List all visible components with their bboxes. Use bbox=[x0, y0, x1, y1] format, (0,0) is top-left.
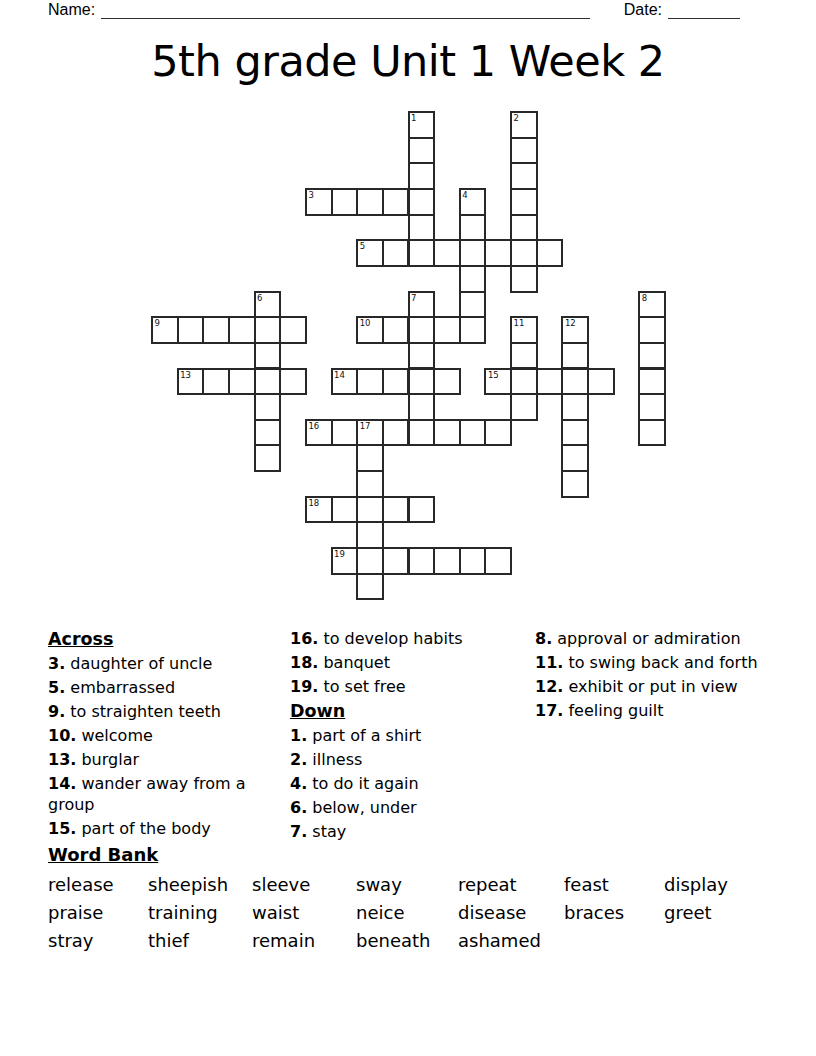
grid-cell-r0c14[interactable]: 2 bbox=[510, 111, 538, 139]
grid-cell-r3c7[interactable] bbox=[331, 188, 359, 216]
grid-cell-r17c11[interactable] bbox=[433, 547, 461, 575]
worksheet-header: Name: Date: bbox=[48, 1, 740, 19]
grid-cell-r9c16[interactable] bbox=[561, 342, 589, 370]
grid-cell-r10c17[interactable] bbox=[587, 368, 615, 396]
grid-cell-r12c19[interactable] bbox=[638, 419, 666, 447]
clue-across-15: 15. part of the body bbox=[48, 818, 290, 840]
clue-num-label: 3. bbox=[48, 654, 65, 673]
word-bank-item: repeat bbox=[458, 875, 564, 894]
grid-cell-r8c16[interactable]: 12 bbox=[561, 316, 589, 344]
clues-section: Across3. daughter of uncle5. embarrassed… bbox=[48, 628, 770, 845]
name-label: Name: bbox=[48, 1, 95, 19]
grid-cell-r10c4[interactable] bbox=[254, 368, 282, 396]
grid-cell-r11c4[interactable] bbox=[254, 393, 282, 421]
grid-cell-r8c5[interactable] bbox=[279, 316, 307, 344]
clue-num-label: 14. bbox=[48, 774, 76, 793]
grid-cell-r11c14[interactable] bbox=[510, 393, 538, 421]
clue-down-8: 8. approval or admiration bbox=[535, 628, 770, 650]
down-heading: Down bbox=[290, 700, 535, 722]
grid-cell-r2c14[interactable] bbox=[510, 162, 538, 190]
word-bank-item: waist bbox=[252, 903, 356, 922]
grid-cell-r8c19[interactable] bbox=[638, 316, 666, 344]
grid-cell-r8c14[interactable]: 11 bbox=[510, 316, 538, 344]
clue-num-label: 7. bbox=[290, 822, 307, 841]
grid-cell-r10c15[interactable] bbox=[536, 368, 564, 396]
clue-number-17: 17 bbox=[360, 421, 371, 431]
grid-cell-r8c8[interactable]: 10 bbox=[356, 316, 384, 344]
clue-across-16: 16. to develop habits bbox=[290, 628, 535, 650]
grid-cell-r17c13[interactable] bbox=[484, 547, 512, 575]
grid-cell-r5c9[interactable] bbox=[382, 239, 410, 267]
grid-cell-r12c9[interactable] bbox=[382, 419, 410, 447]
word-bank-item: neice bbox=[356, 903, 458, 922]
grid-cell-r7c12[interactable] bbox=[459, 291, 487, 319]
clue-num-label: 10. bbox=[48, 726, 76, 745]
word-bank-item: braces bbox=[564, 903, 664, 922]
grid-cell-r17c12[interactable] bbox=[459, 547, 487, 575]
clue-num-label: 19. bbox=[290, 677, 318, 696]
date-blank-line[interactable] bbox=[668, 2, 740, 19]
grid-cell-r7c10[interactable]: 7 bbox=[408, 291, 436, 319]
grid-cell-r5c14[interactable] bbox=[510, 239, 538, 267]
grid-cell-r11c10[interactable] bbox=[408, 393, 436, 421]
grid-cell-r2c10[interactable] bbox=[408, 162, 436, 190]
clue-number-4: 4 bbox=[462, 190, 467, 200]
grid-cell-r9c10[interactable] bbox=[408, 342, 436, 370]
word-bank-heading: Word Bank bbox=[48, 844, 770, 866]
grid-cell-r12c8[interactable]: 17 bbox=[356, 419, 384, 447]
clue-num-label: 16. bbox=[290, 629, 318, 648]
clue-num-label: 9. bbox=[48, 702, 65, 721]
grid-cell-r14c16[interactable] bbox=[561, 470, 589, 498]
grid-cell-r5c10[interactable] bbox=[408, 239, 436, 267]
clue-number-8: 8 bbox=[642, 293, 647, 303]
clue-num-label: 11. bbox=[535, 653, 563, 672]
clue-num-label: 12. bbox=[535, 677, 563, 696]
grid-cell-r10c9[interactable] bbox=[382, 368, 410, 396]
clue-down-4: 4. to do it again bbox=[290, 773, 535, 795]
clue-down-12: 12. exhibit or put in view bbox=[535, 676, 770, 698]
clues-column-3: 8. approval or admiration11. to swing ba… bbox=[535, 628, 770, 845]
word-bank-item: sway bbox=[356, 875, 458, 894]
across-heading: Across bbox=[48, 628, 290, 650]
clue-across-13: 13. burglar bbox=[48, 749, 290, 771]
clue-across-18: 18. banquet bbox=[290, 652, 535, 674]
clue-num-label: 4. bbox=[290, 774, 307, 793]
clue-number-14: 14 bbox=[334, 370, 345, 380]
word-bank-item: ashamed bbox=[458, 931, 564, 950]
crossword-grid: 12345678910111213141516171819 bbox=[151, 111, 666, 600]
clue-num-label: 6. bbox=[290, 798, 307, 817]
grid-cell-r9c4[interactable] bbox=[254, 342, 282, 370]
grid-cell-r10c3[interactable] bbox=[228, 368, 256, 396]
grid-cell-r0c10[interactable]: 1 bbox=[408, 111, 436, 139]
grid-cell-r3c8[interactable] bbox=[356, 188, 384, 216]
worksheet-page: Name: Date: 5th grade Unit 1 Week 2 1234… bbox=[0, 0, 816, 1056]
grid-cell-r10c19[interactable] bbox=[638, 368, 666, 396]
word-bank-section: Word Bank releasesheepishsleeveswayrepea… bbox=[48, 844, 770, 950]
grid-cell-r12c6[interactable]: 16 bbox=[305, 419, 333, 447]
clue-number-3: 3 bbox=[308, 190, 313, 200]
word-bank-item: beneath bbox=[356, 931, 458, 950]
clue-number-19: 19 bbox=[334, 549, 345, 559]
grid-cell-r10c5[interactable] bbox=[279, 368, 307, 396]
grid-cell-r6c12[interactable] bbox=[459, 265, 487, 293]
grid-cell-r5c11[interactable] bbox=[433, 239, 461, 267]
date-label: Date: bbox=[624, 1, 662, 19]
grid-cell-r8c0[interactable]: 9 bbox=[151, 316, 179, 344]
grid-cell-r15c10[interactable] bbox=[408, 496, 436, 524]
grid-cell-r12c11[interactable] bbox=[433, 419, 461, 447]
word-bank-item: remain bbox=[252, 931, 356, 950]
word-bank-grid: releasesheepishsleeveswayrepeatfeastdisp… bbox=[48, 875, 770, 950]
word-bank-item: release bbox=[48, 875, 148, 894]
grid-cell-r10c10[interactable] bbox=[408, 368, 436, 396]
grid-cell-r3c14[interactable] bbox=[510, 188, 538, 216]
grid-cell-r8c10[interactable] bbox=[408, 316, 436, 344]
grid-cell-r12c12[interactable] bbox=[459, 419, 487, 447]
grid-cell-r13c4[interactable] bbox=[254, 444, 282, 472]
grid-cell-r9c19[interactable] bbox=[638, 342, 666, 370]
clue-down-1: 1. part of a shirt bbox=[290, 725, 535, 747]
grid-cell-r10c7[interactable]: 14 bbox=[331, 368, 359, 396]
clue-across-3: 3. daughter of uncle bbox=[48, 653, 290, 675]
grid-cell-r11c16[interactable] bbox=[561, 393, 589, 421]
grid-cell-r13c8[interactable] bbox=[356, 444, 384, 472]
grid-cell-r3c6[interactable]: 3 bbox=[305, 188, 333, 216]
grid-cell-r10c2[interactable] bbox=[202, 368, 230, 396]
grid-cell-r10c8[interactable] bbox=[356, 368, 384, 396]
clue-num-label: 18. bbox=[290, 653, 318, 672]
grid-cell-r12c7[interactable] bbox=[331, 419, 359, 447]
grid-cell-r8c4[interactable] bbox=[254, 316, 282, 344]
grid-cell-r5c15[interactable] bbox=[536, 239, 564, 267]
grid-cell-r11c19[interactable] bbox=[638, 393, 666, 421]
grid-cell-r8c11[interactable] bbox=[433, 316, 461, 344]
word-bank-item: stray bbox=[48, 931, 148, 950]
grid-cell-r18c8[interactable] bbox=[356, 573, 384, 601]
grid-cell-r10c16[interactable] bbox=[561, 368, 589, 396]
grid-cell-r15c7[interactable] bbox=[331, 496, 359, 524]
clue-number-10: 10 bbox=[360, 318, 371, 328]
grid-cell-r9c14[interactable] bbox=[510, 342, 538, 370]
clue-down-2: 2. illness bbox=[290, 749, 535, 771]
word-bank-item: disease bbox=[458, 903, 564, 922]
grid-cell-r12c13[interactable] bbox=[484, 419, 512, 447]
clue-number-13: 13 bbox=[180, 370, 191, 380]
grid-cell-r10c11[interactable] bbox=[433, 368, 461, 396]
clue-number-9: 9 bbox=[155, 318, 160, 328]
grid-cell-r3c12[interactable]: 4 bbox=[459, 188, 487, 216]
grid-cell-r5c8[interactable]: 5 bbox=[356, 239, 384, 267]
word-bank-item: praise bbox=[48, 903, 148, 922]
grid-cell-r3c9[interactable] bbox=[382, 188, 410, 216]
grid-cell-r8c2[interactable] bbox=[202, 316, 230, 344]
page-title: 5th grade Unit 1 Week 2 bbox=[0, 33, 816, 89]
grid-cell-r15c9[interactable] bbox=[382, 496, 410, 524]
grid-cell-r14c8[interactable] bbox=[356, 470, 384, 498]
clue-number-12: 12 bbox=[565, 318, 576, 328]
clue-across-14: 14. wander away from a group bbox=[48, 773, 290, 816]
clue-number-15: 15 bbox=[488, 370, 499, 380]
grid-cell-r17c8[interactable] bbox=[356, 547, 384, 575]
clue-across-19: 19. to set free bbox=[290, 676, 535, 698]
grid-cell-r17c7[interactable]: 19 bbox=[331, 547, 359, 575]
clue-down-11: 11. to swing back and forth bbox=[535, 652, 770, 674]
grid-cell-r10c14[interactable] bbox=[510, 368, 538, 396]
grid-cell-r6c14[interactable] bbox=[510, 265, 538, 293]
grid-cell-r4c14[interactable] bbox=[510, 214, 538, 242]
grid-cell-r8c9[interactable] bbox=[382, 316, 410, 344]
grid-cell-r3c10[interactable] bbox=[408, 188, 436, 216]
clue-across-9: 9. to straighten teeth bbox=[48, 701, 290, 723]
word-bank-item: greet bbox=[664, 903, 770, 922]
grid-cell-r10c13[interactable]: 15 bbox=[484, 368, 512, 396]
clue-num-label: 2. bbox=[290, 750, 307, 769]
clue-num-label: 13. bbox=[48, 750, 76, 769]
clue-down-17: 17. feeling guilt bbox=[535, 700, 770, 722]
clue-number-16: 16 bbox=[308, 421, 319, 431]
grid-cell-r12c10[interactable] bbox=[408, 419, 436, 447]
grid-cell-r1c14[interactable] bbox=[510, 137, 538, 165]
clue-num-label: 5. bbox=[48, 678, 65, 697]
clue-num-label: 1. bbox=[290, 726, 307, 745]
word-bank-item: sheepish bbox=[148, 875, 252, 894]
clue-across-10: 10. welcome bbox=[48, 725, 290, 747]
word-bank-item: feast bbox=[564, 875, 664, 894]
clue-num-label: 17. bbox=[535, 701, 563, 720]
clue-number-1: 1 bbox=[411, 113, 416, 123]
grid-cell-r17c10[interactable] bbox=[408, 547, 436, 575]
name-blank-line[interactable] bbox=[101, 2, 590, 19]
clue-number-18: 18 bbox=[308, 498, 319, 508]
grid-cell-r8c12[interactable] bbox=[459, 316, 487, 344]
grid-cell-r8c3[interactable] bbox=[228, 316, 256, 344]
grid-cell-r4c10[interactable] bbox=[408, 214, 436, 242]
clue-num-label: 15. bbox=[48, 819, 76, 838]
clue-down-7: 7. stay bbox=[290, 821, 535, 843]
clues-column-2: 16. to develop habits18. banquet19. to s… bbox=[290, 628, 535, 845]
grid-cell-r7c4[interactable]: 6 bbox=[254, 291, 282, 319]
clue-number-6: 6 bbox=[257, 293, 262, 303]
grid-cell-r7c19[interactable]: 8 bbox=[638, 291, 666, 319]
clues-column-1: Across3. daughter of uncle5. embarrassed… bbox=[48, 628, 290, 845]
grid-cell-r17c9[interactable] bbox=[382, 547, 410, 575]
grid-cell-r8c1[interactable] bbox=[177, 316, 205, 344]
word-bank-item: sleeve bbox=[252, 875, 356, 894]
clue-number-2: 2 bbox=[514, 113, 519, 123]
clue-down-6: 6. below, under bbox=[290, 797, 535, 819]
grid-cell-r15c6[interactable]: 18 bbox=[305, 496, 333, 524]
clue-number-11: 11 bbox=[514, 318, 525, 328]
word-bank-item: display bbox=[664, 875, 770, 894]
grid-cell-r12c16[interactable] bbox=[561, 419, 589, 447]
clue-across-5: 5. embarrassed bbox=[48, 677, 290, 699]
word-bank-item: training bbox=[148, 903, 252, 922]
grid-cell-r16c8[interactable] bbox=[356, 521, 384, 549]
clue-number-7: 7 bbox=[411, 293, 416, 303]
clue-num-label: 8. bbox=[535, 629, 552, 648]
grid-cell-r4c12[interactable] bbox=[459, 214, 487, 242]
grid-cell-r12c4[interactable] bbox=[254, 419, 282, 447]
grid-cell-r15c8[interactable] bbox=[356, 496, 384, 524]
grid-cell-r5c12[interactable] bbox=[459, 239, 487, 267]
word-bank-item: thief bbox=[148, 931, 252, 950]
grid-cell-r5c13[interactable] bbox=[484, 239, 512, 267]
grid-cell-r10c1[interactable]: 13 bbox=[177, 368, 205, 396]
clue-number-5: 5 bbox=[360, 241, 365, 251]
grid-cell-r13c16[interactable] bbox=[561, 444, 589, 472]
grid-cell-r1c10[interactable] bbox=[408, 137, 436, 165]
